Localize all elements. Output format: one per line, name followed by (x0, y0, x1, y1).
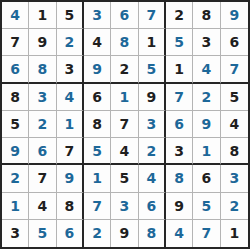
sudoku-cell[interactable]: 3 (29, 84, 56, 111)
sudoku-cell[interactable]: 4 (139, 165, 166, 192)
sudoku-cell[interactable]: 6 (2, 56, 29, 83)
sudoku-cell[interactable]: 5 (29, 220, 56, 247)
sudoku-cell[interactable]: 9 (166, 193, 193, 220)
sudoku-cell[interactable]: 8 (193, 2, 220, 29)
sudoku-cell[interactable]: 3 (111, 193, 138, 220)
sudoku-cell[interactable]: 4 (166, 220, 193, 247)
sudoku-cell[interactable]: 5 (166, 29, 193, 56)
sudoku-cell[interactable]: 9 (57, 165, 84, 192)
sudoku-cell[interactable]: 3 (193, 29, 220, 56)
sudoku-cell[interactable]: 9 (193, 111, 220, 138)
sudoku-cell[interactable]: 5 (193, 193, 220, 220)
sudoku-cell[interactable]: 8 (221, 138, 248, 165)
sudoku-cell[interactable]: 2 (221, 193, 248, 220)
sudoku-cell[interactable]: 7 (84, 193, 111, 220)
sudoku-cell[interactable]: 4 (29, 193, 56, 220)
sudoku-cell[interactable]: 1 (193, 138, 220, 165)
sudoku-cell[interactable]: 2 (57, 29, 84, 56)
sudoku-cell[interactable]: 7 (2, 29, 29, 56)
sudoku-cell[interactable]: 4 (221, 111, 248, 138)
sudoku-cell[interactable]: 7 (193, 220, 220, 247)
sudoku-cell[interactable]: 6 (57, 220, 84, 247)
sudoku-cell[interactable]: 6 (84, 84, 111, 111)
sudoku-cell[interactable]: 3 (166, 138, 193, 165)
sudoku-cell[interactable]: 1 (111, 84, 138, 111)
sudoku-cell[interactable]: 1 (57, 111, 84, 138)
sudoku-cell[interactable]: 6 (221, 29, 248, 56)
sudoku-cell[interactable]: 4 (84, 29, 111, 56)
sudoku-cell[interactable]: 5 (111, 165, 138, 192)
sudoku-cell[interactable]: 8 (29, 56, 56, 83)
sudoku-cell[interactable]: 9 (84, 56, 111, 83)
sudoku-cell[interactable]: 6 (139, 193, 166, 220)
sudoku-cell[interactable]: 3 (221, 165, 248, 192)
sudoku-cell[interactable]: 1 (166, 56, 193, 83)
sudoku-cell[interactable]: 9 (111, 220, 138, 247)
sudoku-cell[interactable]: 5 (2, 111, 29, 138)
sudoku-cell[interactable]: 7 (29, 165, 56, 192)
sudoku-cell[interactable]: 7 (111, 111, 138, 138)
sudoku-cell[interactable]: 7 (221, 56, 248, 83)
sudoku-cell[interactable]: 7 (57, 138, 84, 165)
sudoku-cell[interactable]: 6 (29, 138, 56, 165)
sudoku-cell[interactable]: 8 (57, 193, 84, 220)
sudoku-cell[interactable]: 3 (57, 56, 84, 83)
sudoku-cell[interactable]: 2 (84, 220, 111, 247)
sudoku-cell[interactable]: 4 (111, 138, 138, 165)
sudoku-cell[interactable]: 8 (139, 220, 166, 247)
sudoku-cell[interactable]: 1 (29, 2, 56, 29)
sudoku-cell[interactable]: 2 (193, 84, 220, 111)
sudoku-cell[interactable]: 8 (84, 111, 111, 138)
sudoku-cell[interactable]: 2 (111, 56, 138, 83)
sudoku-board: 4153672897924815366839251478346197255218… (0, 0, 250, 249)
sudoku-cell[interactable]: 2 (29, 111, 56, 138)
sudoku-cell[interactable]: 9 (139, 84, 166, 111)
sudoku-cell[interactable]: 3 (2, 220, 29, 247)
sudoku-cell[interactable]: 5 (57, 2, 84, 29)
sudoku-cell[interactable]: 3 (84, 2, 111, 29)
sudoku-cell[interactable]: 7 (166, 84, 193, 111)
sudoku-cell[interactable]: 1 (84, 165, 111, 192)
sudoku-cell[interactable]: 4 (57, 84, 84, 111)
sudoku-cell[interactable]: 9 (29, 29, 56, 56)
sudoku-cell[interactable]: 6 (166, 111, 193, 138)
sudoku-cell[interactable]: 1 (2, 193, 29, 220)
sudoku-cell[interactable]: 2 (166, 2, 193, 29)
sudoku-cell[interactable]: 3 (139, 111, 166, 138)
sudoku-cell[interactable]: 5 (139, 56, 166, 83)
sudoku-cell[interactable]: 4 (2, 2, 29, 29)
sudoku-cell[interactable]: 1 (221, 220, 248, 247)
sudoku-cell[interactable]: 5 (84, 138, 111, 165)
sudoku-cell[interactable]: 5 (221, 84, 248, 111)
sudoku-cell[interactable]: 6 (193, 165, 220, 192)
sudoku-cell[interactable]: 8 (111, 29, 138, 56)
sudoku-cell[interactable]: 6 (111, 2, 138, 29)
sudoku-cell[interactable]: 8 (2, 84, 29, 111)
sudoku-cell[interactable]: 8 (166, 165, 193, 192)
sudoku-cell[interactable]: 7 (139, 2, 166, 29)
sudoku-cell[interactable]: 2 (139, 138, 166, 165)
sudoku-cell[interactable]: 4 (193, 56, 220, 83)
sudoku-cell[interactable]: 2 (2, 165, 29, 192)
sudoku-cell[interactable]: 9 (2, 138, 29, 165)
sudoku-cell[interactable]: 9 (221, 2, 248, 29)
sudoku-cell[interactable]: 1 (139, 29, 166, 56)
